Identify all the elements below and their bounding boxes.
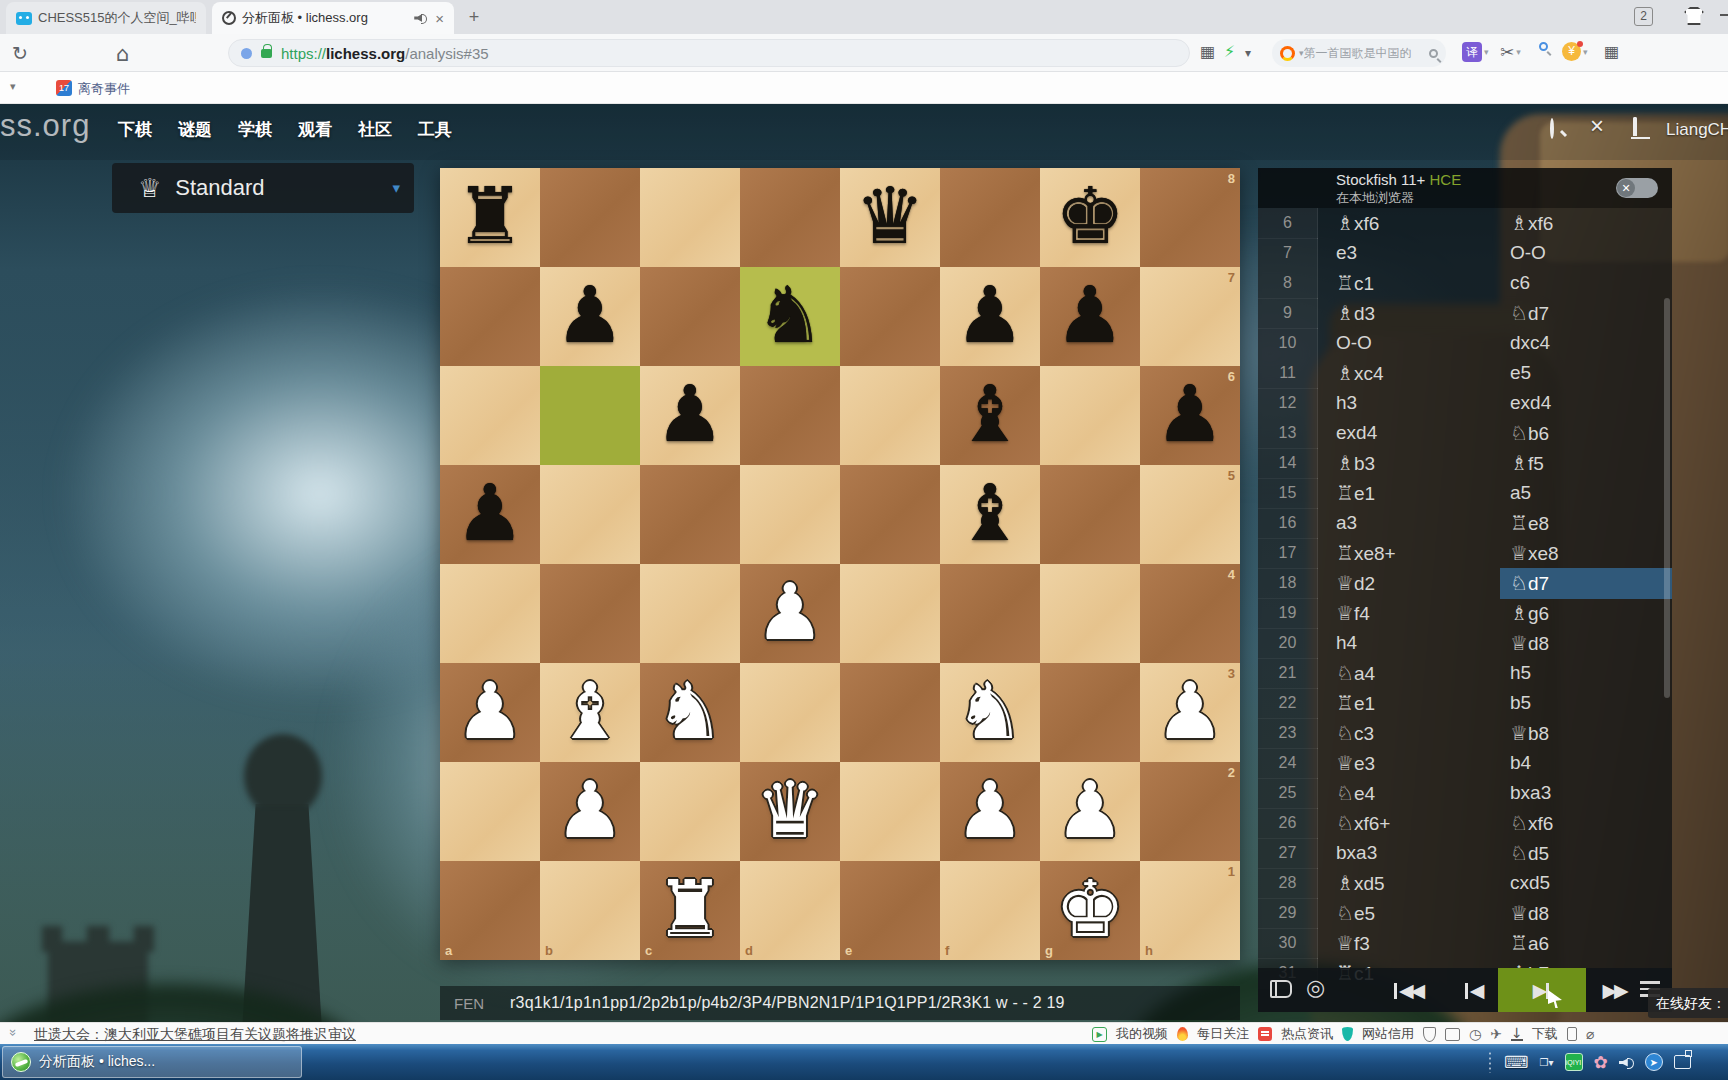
move-row-8: 8♖c1c6	[1258, 268, 1672, 298]
move-number: 17	[1258, 538, 1318, 569]
browser-tray-icon[interactable]: ➤	[1645, 1053, 1663, 1071]
browser-tab-bar: CHESS515的个人空间_哔哩哔哩 分析面板 • lichess.org × …	[0, 0, 1728, 34]
move-number: 12	[1258, 388, 1318, 418]
security-shield-icon[interactable]	[1423, 1027, 1436, 1042]
square-f2[interactable]: ♟	[940, 762, 1040, 861]
last-move-button[interactable]: ▶▶	[1586, 968, 1642, 1012]
flower-icon[interactable]: ✿	[1594, 1052, 1608, 1072]
screenshot-scissors-button[interactable]: ✂ ▾	[1500, 42, 1521, 62]
move-row-13: 13exd4♘b6	[1258, 418, 1672, 448]
nav-item-3[interactable]: 观看	[298, 118, 332, 141]
black-move-9[interactable]: ♘d7	[1500, 298, 1672, 329]
tab-count-badge[interactable]: 2	[1634, 7, 1653, 26]
rank-label-7: 7	[1228, 270, 1235, 285]
square-d3[interactable]	[740, 663, 840, 762]
daily-focus-flame-icon[interactable]	[1177, 1027, 1188, 1041]
square-a6[interactable]	[440, 366, 540, 465]
lichess-analysis-icon	[222, 11, 236, 25]
ssl-lock-icon[interactable]	[261, 49, 272, 58]
theme-shirt-icon[interactable]	[1684, 7, 1704, 25]
black-move-14[interactable]: ♗f5	[1500, 448, 1672, 479]
black-move-25[interactable]: bxa3	[1500, 778, 1672, 809]
move-row-20: 20h4♕d8	[1258, 628, 1672, 658]
square-c7[interactable]	[640, 267, 740, 366]
browser-360-icon	[11, 1052, 31, 1072]
square-h1[interactable]: h1	[1140, 861, 1240, 960]
nav-item-4[interactable]: 社区	[358, 118, 392, 141]
move-row-28: 28♗xd5cxd5	[1258, 868, 1672, 898]
notifications-bell-icon[interactable]	[1633, 119, 1637, 137]
url-field[interactable]: https://lichess.org/analysis#35	[228, 39, 1190, 67]
move-row-16: 16a3♖e8	[1258, 508, 1672, 538]
white-rook-c1[interactable]: ♜	[640, 861, 740, 960]
square-a2[interactable]	[440, 762, 540, 861]
black-move-6[interactable]: ♗xf6	[1500, 208, 1672, 239]
square-c2[interactable]	[640, 762, 740, 861]
square-b2[interactable]: ♟	[540, 762, 640, 861]
file-label-h: h	[1145, 943, 1153, 958]
move-row-19: 19♕f4♗g6	[1258, 598, 1672, 628]
move-row-27: 27bxa3♘d5	[1258, 838, 1672, 868]
share-plane-icon[interactable]: ✈	[1490, 1026, 1502, 1042]
black-rook-a8[interactable]: ♜	[440, 168, 540, 267]
move-number: 14	[1258, 448, 1318, 479]
move-row-11: 11♗xc4e5	[1258, 358, 1672, 388]
search-icon[interactable]	[1429, 49, 1438, 58]
black-move-18[interactable]: ♘d7	[1500, 568, 1672, 599]
black-move-29[interactable]: ♕d8	[1500, 898, 1672, 929]
black-move-30[interactable]: ♖a6	[1500, 928, 1672, 959]
white-move-27[interactable]: bxa3	[1318, 838, 1500, 869]
move-number: 7	[1258, 238, 1318, 268]
system-tray: ⌨ ❐▾ iQIYI ✿ ➤	[1488, 1044, 1691, 1080]
square-g8[interactable]: ♚	[1040, 168, 1140, 267]
chevron-down-icon: ▾	[392, 179, 400, 197]
move-number: 13	[1258, 418, 1318, 449]
phone-icon[interactable]	[1567, 1027, 1577, 1041]
square-h4[interactable]: 4	[1140, 564, 1240, 663]
white-move-26[interactable]: ♘xf6+	[1318, 808, 1500, 839]
variant-selector[interactable]: ♕ Standard ▾	[112, 163, 414, 213]
translate-icon: 译	[1462, 42, 1482, 62]
white-pawn-g2[interactable]: ♟	[1040, 762, 1140, 861]
online-friends-toast[interactable]: 在线好友：	[1648, 988, 1728, 1018]
search-box[interactable]: ▾ 第一首国歌是中国的	[1272, 39, 1446, 67]
black-king-g8[interactable]: ♚	[1040, 168, 1140, 267]
rank-label-2: 2	[1228, 765, 1235, 780]
minimize-button[interactable]	[1720, 14, 1728, 16]
white-pawn-b2[interactable]: ♟	[540, 762, 640, 861]
nav-item-0[interactable]: 下棋	[118, 118, 152, 141]
square-g2[interactable]: ♟	[1040, 762, 1140, 861]
black-move-27[interactable]: ♘d5	[1500, 838, 1672, 869]
speed-bolt-icon[interactable]: ⚡	[1224, 42, 1235, 61]
white-move-7[interactable]: e3	[1318, 238, 1500, 268]
square-e3[interactable]	[840, 663, 940, 762]
white-move-22[interactable]: ♖e1	[1318, 688, 1500, 719]
analysis-panel: Stockfish 11+ HCE 在本地浏览器 ✕ 6♗xf6♗xf67e3O…	[1258, 168, 1672, 1012]
black-move-19[interactable]: ♗g6	[1500, 598, 1672, 629]
black-move-26[interactable]: ♘xf6	[1500, 808, 1672, 839]
square-g6[interactable]	[1040, 366, 1140, 465]
fen-bar: FEN r3q1k1/1p1n1pp1/2p2b1p/p4b2/3P4/PBN2…	[440, 986, 1240, 1020]
black-knight-d7[interactable]: ♞	[740, 267, 840, 366]
square-h7[interactable]: 7	[1140, 267, 1240, 366]
black-move-13[interactable]: ♘b6	[1500, 418, 1672, 449]
white-move-25[interactable]: ♘e4	[1318, 778, 1500, 809]
move-number: 10	[1258, 328, 1318, 358]
move-number: 25	[1258, 778, 1318, 809]
move-row-25: 25♘e4bxa3	[1258, 778, 1672, 808]
square-f1[interactable]: f	[940, 861, 1040, 960]
square-c1[interactable]: ♜c	[640, 861, 740, 960]
square-b4[interactable]	[540, 564, 640, 663]
white-queen-d2[interactable]: ♛	[740, 762, 840, 861]
my-videos-link[interactable]: 我的视频	[1116, 1025, 1168, 1043]
white-move-11[interactable]: ♗xc4	[1318, 358, 1500, 389]
move-row-6: 6♗xf6♗xf6	[1258, 208, 1672, 238]
taskbar-app-label: 分析面板 • liches...	[39, 1053, 155, 1071]
black-move-7[interactable]: O-O	[1500, 238, 1672, 268]
square-f7[interactable]: ♟	[940, 267, 1040, 366]
white-move-29[interactable]: ♘e5	[1318, 898, 1500, 929]
chevron-down-icon[interactable]: »	[6, 1029, 21, 1036]
white-move-9[interactable]: ♗d3	[1318, 298, 1500, 329]
nav-item-2[interactable]: 学棋	[238, 118, 272, 141]
white-move-20[interactable]: h4	[1318, 628, 1500, 659]
rank-label-4: 4	[1228, 567, 1235, 582]
white-move-28[interactable]: ♗xd5	[1318, 868, 1500, 899]
black-pawn-f7[interactable]: ♟	[940, 267, 1040, 366]
scissors-icon: ✂	[1500, 42, 1514, 62]
square-e6[interactable]	[840, 366, 940, 465]
white-move-18[interactable]: ♕d2	[1318, 568, 1500, 599]
file-label-g: g	[1045, 943, 1053, 958]
move-number: 20	[1258, 628, 1318, 659]
white-move-17[interactable]: ♖xe8+	[1318, 538, 1500, 569]
move-number: 8	[1258, 268, 1318, 299]
search-engine-icon[interactable]	[1280, 46, 1295, 61]
url-dropdown-icon[interactable]: ▾	[1245, 46, 1251, 60]
home-icon[interactable]: ⌂	[116, 42, 129, 66]
square-g5[interactable]	[1040, 465, 1140, 564]
chess-board: ♜♛♚8♟♞♟♟7♟♝♟6♟♝5♟4♟♝♞♞♟3♟♛♟♟2ab♜cdef♚gh1	[440, 168, 1240, 960]
keyboard-icon[interactable]: ⌨	[1504, 1052, 1529, 1072]
move-row-21: 21♘a4h5	[1258, 658, 1672, 688]
find-button[interactable]	[1539, 42, 1548, 51]
apps-grid-icon[interactable]: ▦	[1604, 42, 1619, 61]
translate-button[interactable]: 译 ▾	[1462, 42, 1489, 62]
bookmarks-bar: ▾ 17 离奇事件	[0, 72, 1728, 104]
black-move-24[interactable]: b4	[1500, 748, 1672, 779]
search-icon[interactable]	[1550, 120, 1554, 138]
square-h5[interactable]: 5	[1140, 465, 1240, 564]
square-d5[interactable]	[740, 465, 840, 564]
ticker-shortcuts: ▶ 我的视频 每日关注 热点资讯 网站信用 ◷ ✈ ↓ 下载 ⌀	[1092, 1023, 1594, 1045]
white-bishop-b3[interactable]: ♝	[540, 663, 640, 762]
site-credit-link[interactable]: 网站信用	[1362, 1025, 1414, 1043]
download-icon[interactable]: ↓	[1511, 1027, 1523, 1041]
adblock-icon[interactable]: ⌀	[1586, 1026, 1594, 1042]
practice-target-icon[interactable]: ◎	[1306, 975, 1325, 1000]
rank-label-8: 8	[1228, 171, 1235, 186]
bookmark-favicon: 17	[56, 80, 72, 96]
my-videos-icon[interactable]: ▶	[1092, 1027, 1107, 1042]
scrollbar-thumb[interactable]	[1664, 298, 1670, 698]
black-pawn-c6[interactable]: ♟	[640, 366, 740, 465]
square-f5[interactable]: ♝	[940, 465, 1040, 564]
file-label-e: e	[845, 943, 852, 958]
lichess-logo[interactable]: ss.org	[0, 108, 90, 144]
black-move-23[interactable]: ♕b8	[1500, 718, 1672, 749]
site-credit-drop-icon[interactable]	[1342, 1027, 1353, 1041]
white-move-6[interactable]: ♗xf6	[1318, 208, 1500, 239]
square-a4[interactable]	[440, 564, 540, 663]
square-f8[interactable]	[940, 168, 1040, 267]
black-move-28[interactable]: cxd5	[1500, 868, 1672, 899]
black-move-15[interactable]: a5	[1500, 478, 1672, 509]
hidden-icons-button[interactable]: ❐▾	[1540, 1057, 1554, 1068]
square-f4[interactable]	[940, 564, 1040, 663]
square-b5[interactable]	[540, 465, 640, 564]
white-king-g1[interactable]: ♚	[1040, 861, 1140, 960]
square-e2[interactable]	[840, 762, 940, 861]
move-number: 21	[1258, 658, 1318, 689]
white-move-16[interactable]: a3	[1318, 508, 1500, 539]
square-e1[interactable]: e	[840, 861, 940, 960]
square-g4[interactable]	[1040, 564, 1140, 663]
white-move-23[interactable]: ♘c3	[1318, 718, 1500, 749]
move-number: 22	[1258, 688, 1318, 719]
black-move-11[interactable]: e5	[1500, 358, 1672, 389]
square-e5[interactable]	[840, 465, 940, 564]
square-e7[interactable]	[840, 267, 940, 366]
square-e4[interactable]	[840, 564, 940, 663]
black-move-22[interactable]: b5	[1500, 688, 1672, 719]
qr-grid-icon[interactable]: ▦	[1200, 42, 1215, 61]
square-b7[interactable]: ♟	[540, 267, 640, 366]
move-row-12: 12h3exd4	[1258, 388, 1672, 418]
square-a1[interactable]: a	[440, 861, 540, 960]
move-row-26: 26♘xf6+♘xf6	[1258, 808, 1672, 838]
black-pawn-a5[interactable]: ♟	[440, 465, 540, 564]
browser-news-ticker: » 世遗大会：澳大利亚大堡礁项目有关议题将推迟审议 ▶ 我的视频 每日关注 热点…	[0, 1022, 1728, 1044]
white-move-10[interactable]: O-O	[1318, 328, 1500, 358]
black-move-20[interactable]: ♕d8	[1500, 628, 1672, 659]
square-d2[interactable]: ♛	[740, 762, 840, 861]
url-scheme: https://	[281, 45, 326, 62]
square-b8[interactable]	[540, 168, 640, 267]
black-pawn-b7[interactable]: ♟	[540, 267, 640, 366]
crown-icon: ♕	[138, 173, 161, 203]
square-b3[interactable]: ♝	[540, 663, 640, 762]
white-move-12[interactable]: h3	[1318, 388, 1500, 418]
nav-item-5[interactable]: 工具	[418, 118, 452, 141]
network-icon[interactable]	[1674, 1055, 1691, 1069]
username[interactable]: LiangCH	[1666, 120, 1728, 140]
square-a3[interactable]: ♟	[440, 663, 540, 762]
rank-label-3: 3	[1228, 666, 1235, 681]
variant-label: Standard	[175, 175, 392, 201]
prev-move-button[interactable]: ◀	[1446, 968, 1498, 1012]
move-row-24: 24♕e3b4	[1258, 748, 1672, 778]
tab-close-icon[interactable]: ×	[435, 10, 444, 27]
search-placeholder: 第一首国歌是中国的	[1304, 45, 1429, 62]
move-number: 19	[1258, 598, 1318, 629]
tab-title: CHESS515的个人空间_哔哩哔哩	[38, 9, 196, 27]
move-row-17: 17♖xe8+♕xe8	[1258, 538, 1672, 568]
engine-toggle[interactable]: ✕	[1616, 178, 1658, 198]
lichess-page: ss.org 下棋谜题学棋观看社区工具 × LiangCH ♕ Standard…	[0, 104, 1728, 1022]
tab-title: 分析面板 • lichess.org	[242, 9, 408, 27]
caret-icon: ▾	[1516, 47, 1521, 57]
square-h2[interactable]: 2	[1140, 762, 1240, 861]
black-pawn-h6[interactable]: ♟	[1140, 366, 1240, 465]
rank-label-1: 1	[1228, 864, 1235, 879]
file-label-b: b	[545, 943, 553, 958]
fen-label: FEN	[454, 995, 484, 1012]
black-bishop-f5[interactable]: ♝	[940, 465, 1040, 564]
black-queen-e8[interactable]: ♛	[840, 168, 940, 267]
new-tab-button[interactable]: +	[462, 6, 486, 30]
challenge-x-icon[interactable]: ×	[1590, 112, 1604, 140]
history-clock-icon[interactable]: ◷	[1469, 1026, 1481, 1042]
file-label-a: a	[445, 943, 452, 958]
white-move-15[interactable]: ♖e1	[1318, 478, 1500, 509]
screenshot-image-icon[interactable]	[1445, 1028, 1460, 1041]
taskbar-grip	[1488, 1051, 1493, 1073]
square-f6[interactable]: ♝	[940, 366, 1040, 465]
square-h3[interactable]: ♟3	[1140, 663, 1240, 762]
square-b1[interactable]: b	[540, 861, 640, 960]
download-link[interactable]: 下载	[1532, 1025, 1558, 1043]
url-host: lichess.org	[326, 45, 405, 62]
square-b6[interactable]	[540, 366, 640, 465]
square-c5[interactable]	[640, 465, 740, 564]
square-c4[interactable]	[640, 564, 740, 663]
white-move-21[interactable]: ♘a4	[1318, 658, 1500, 689]
black-bishop-f6[interactable]: ♝	[940, 366, 1040, 465]
square-d4[interactable]: ♟	[740, 564, 840, 663]
square-a8[interactable]: ♜	[440, 168, 540, 267]
white-knight-c3[interactable]: ♞	[640, 663, 740, 762]
white-move-8[interactable]: ♖c1	[1318, 268, 1500, 299]
square-d8[interactable]	[740, 168, 840, 267]
square-d6[interactable]	[740, 366, 840, 465]
square-g1[interactable]: ♚g	[1040, 861, 1140, 960]
square-e8[interactable]: ♛	[840, 168, 940, 267]
lichess-menu: 下棋谜题学棋观看社区工具	[118, 118, 452, 141]
iqiyi-icon[interactable]: iQIYI	[1565, 1053, 1583, 1071]
square-c8[interactable]	[640, 168, 740, 267]
news-headline-link[interactable]: 世遗大会：澳大利亚大堡礁项目有关议题将推迟审议	[34, 1026, 356, 1044]
move-row-29: 29♘e5♕d8	[1258, 898, 1672, 928]
next-move-button[interactable]: ▶	[1498, 968, 1586, 1012]
black-pawn-g7[interactable]: ♟	[1040, 267, 1140, 366]
tab-lichess-analysis[interactable]: 分析面板 • lichess.org ×	[212, 2, 454, 34]
bilibili-icon	[16, 12, 32, 25]
move-row-18: 18♕d2♘d7	[1258, 568, 1672, 598]
square-g7[interactable]: ♟	[1040, 267, 1140, 366]
black-move-10[interactable]: dxc4	[1500, 328, 1672, 358]
move-number: 16	[1258, 508, 1318, 539]
bookmark-item[interactable]: 离奇事件	[78, 80, 130, 98]
white-pawn-f2[interactable]: ♟	[940, 762, 1040, 861]
black-move-17[interactable]: ♕xe8	[1500, 538, 1672, 569]
site-info-icon[interactable]	[241, 48, 252, 59]
black-move-16[interactable]: ♖e8	[1500, 508, 1672, 539]
square-d1[interactable]: d	[740, 861, 840, 960]
white-knight-f3[interactable]: ♞	[940, 663, 1040, 762]
tab-audio-icon[interactable]	[414, 12, 427, 24]
move-number: 18	[1258, 568, 1318, 599]
square-c3[interactable]: ♞	[640, 663, 740, 762]
square-a7[interactable]	[440, 267, 540, 366]
square-f3[interactable]: ♞	[940, 663, 1040, 762]
white-move-24[interactable]: ♕e3	[1318, 748, 1500, 779]
rank-label-5: 5	[1228, 468, 1235, 483]
first-move-button[interactable]: ◀◀	[1368, 968, 1446, 1012]
toggle-knob: ✕	[1617, 179, 1635, 197]
browser-address-bar: ↻ ⌂ https://lichess.org/analysis#35 ▦ ⚡ …	[0, 34, 1728, 72]
black-move-12[interactable]: exd4	[1500, 388, 1672, 418]
nav-item-1[interactable]: 谜题	[178, 118, 212, 141]
opening-book-icon[interactable]	[1270, 980, 1292, 998]
square-a5[interactable]: ♟	[440, 465, 540, 564]
money-shield-button[interactable]: ¥ ▾	[1562, 42, 1588, 61]
move-number: 26	[1258, 808, 1318, 839]
analysis-toolbar: ◎ ◀◀ ◀ ▶ ▶▶	[1258, 968, 1672, 1012]
engine-header: Stockfish 11+ HCE 在本地浏览器 ✕	[1258, 168, 1672, 208]
daily-focus-link[interactable]: 每日关注	[1197, 1025, 1249, 1043]
shield-icon: ¥	[1562, 42, 1581, 61]
bookmarks-caret-icon[interactable]: ▾	[10, 80, 16, 93]
caret-icon: ▾	[1484, 47, 1489, 57]
square-c6[interactable]: ♟	[640, 366, 740, 465]
volume-icon[interactable]	[1619, 1056, 1634, 1069]
white-pawn-a3[interactable]: ♟	[440, 663, 540, 762]
move-row-9: 9♗d3♘d7	[1258, 298, 1672, 328]
white-move-30[interactable]: ♕f3	[1318, 928, 1500, 959]
square-h6[interactable]: ♟6	[1140, 366, 1240, 465]
move-number: 30	[1258, 928, 1318, 959]
black-move-21[interactable]: h5	[1500, 658, 1672, 689]
move-row-14: 14♗b3♗f5	[1258, 448, 1672, 478]
tab-bilibili[interactable]: CHESS515的个人空间_哔哩哔哩	[6, 2, 206, 34]
hot-news-link[interactable]: 热点资讯	[1281, 1025, 1333, 1043]
file-label-f: f	[945, 943, 949, 958]
move-number: 29	[1258, 898, 1318, 929]
white-pawn-h3[interactable]: ♟	[1140, 663, 1240, 762]
black-move-8[interactable]: c6	[1500, 268, 1672, 299]
fen-value[interactable]: r3q1k1/1p1n1pp1/2p2b1p/p4b2/3P4/PBN2N1P/…	[510, 994, 1065, 1012]
move-number: 23	[1258, 718, 1318, 749]
white-move-19[interactable]: ♕f4	[1318, 598, 1500, 629]
windows-taskbar: 分析面板 • liches... ⌨ ❐▾ iQIYI ✿ ➤	[0, 1044, 1728, 1080]
hot-news-icon[interactable]	[1258, 1027, 1272, 1041]
taskbar-app-button[interactable]: 分析面板 • liches...	[2, 1046, 302, 1078]
white-pawn-d4[interactable]: ♟	[740, 564, 840, 663]
move-number: 6	[1258, 208, 1318, 239]
white-move-14[interactable]: ♗b3	[1318, 448, 1500, 479]
square-h8[interactable]: 8	[1140, 168, 1240, 267]
move-number: 27	[1258, 838, 1318, 869]
white-move-13[interactable]: exd4	[1318, 418, 1500, 449]
square-g3[interactable]	[1040, 663, 1140, 762]
square-d7[interactable]: ♞	[740, 267, 840, 366]
rank-label-6: 6	[1228, 369, 1235, 384]
refresh-icon[interactable]: ↻	[12, 42, 28, 64]
